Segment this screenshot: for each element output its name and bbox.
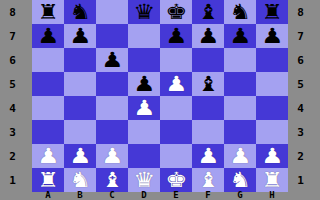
square-h6[interactable] [256, 48, 288, 72]
black-queen-icon: ♛ [133, 0, 155, 24]
square-h8[interactable]: ♜ [256, 0, 288, 24]
rank-label-6: 6 [0, 48, 32, 72]
square-d3[interactable] [128, 120, 160, 144]
square-f1[interactable]: ♝ [192, 168, 224, 192]
square-f7[interactable]: ♟ [192, 24, 224, 48]
square-d5[interactable]: ♟ [128, 72, 160, 96]
square-c3[interactable] [96, 120, 128, 144]
square-a7[interactable]: ♟ [32, 24, 64, 48]
square-e5[interactable]: ♟ [160, 72, 192, 96]
white-rook-icon: ♜ [261, 168, 283, 192]
rank-label-4: 4 [0, 96, 32, 120]
black-rook-icon: ♜ [261, 0, 283, 24]
black-pawn-icon: ♟ [133, 72, 155, 96]
square-h1[interactable]: ♜ [256, 168, 288, 192]
rank-labels-right: 87654321 [288, 0, 320, 192]
black-bishop-icon: ♝ [197, 72, 219, 96]
rank-label-6: 6 [288, 48, 320, 72]
white-pawn-icon: ♟ [197, 144, 219, 168]
file-label-e: E [160, 190, 192, 200]
square-b5[interactable] [64, 72, 96, 96]
square-g2[interactable]: ♟ [224, 144, 256, 168]
file-label-d: D [128, 190, 160, 200]
square-h7[interactable]: ♟ [256, 24, 288, 48]
file-label-a: A [32, 190, 64, 200]
rank-label-7: 7 [0, 24, 32, 48]
white-pawn-icon: ♟ [133, 96, 155, 120]
square-e4[interactable] [160, 96, 192, 120]
square-c5[interactable] [96, 72, 128, 96]
square-c2[interactable]: ♟ [96, 144, 128, 168]
white-pawn-icon: ♟ [229, 144, 251, 168]
rank-label-1: 1 [288, 168, 320, 192]
square-b1[interactable]: ♞ [64, 168, 96, 192]
square-e3[interactable] [160, 120, 192, 144]
white-bishop-icon: ♝ [197, 168, 219, 192]
black-pawn-icon: ♟ [197, 24, 219, 48]
rank-label-8: 8 [288, 0, 320, 24]
file-label-h: H [256, 190, 288, 200]
square-f3[interactable] [192, 120, 224, 144]
black-pawn-icon: ♟ [101, 48, 123, 72]
white-pawn-icon: ♟ [37, 144, 59, 168]
square-c6[interactable]: ♟ [96, 48, 128, 72]
square-b6[interactable] [64, 48, 96, 72]
square-a1[interactable]: ♜ [32, 168, 64, 192]
square-h2[interactable]: ♟ [256, 144, 288, 168]
square-f6[interactable] [192, 48, 224, 72]
file-label-g: G [224, 190, 256, 200]
square-c8[interactable] [96, 0, 128, 24]
square-e6[interactable] [160, 48, 192, 72]
black-knight-icon: ♞ [69, 0, 91, 24]
black-king-icon: ♚ [165, 0, 187, 24]
square-d7[interactable] [128, 24, 160, 48]
square-d2[interactable] [128, 144, 160, 168]
chess-board: ♜♞♛♚♝♞♜♟♟♟♟♟♟♟♟♟♝♟♟♟♟♟♟♟♜♞♝♛♚♝♞♜ [32, 0, 288, 192]
square-b7[interactable]: ♟ [64, 24, 96, 48]
square-e8[interactable]: ♚ [160, 0, 192, 24]
square-f5[interactable]: ♝ [192, 72, 224, 96]
square-d8[interactable]: ♛ [128, 0, 160, 24]
square-e7[interactable]: ♟ [160, 24, 192, 48]
square-c7[interactable] [96, 24, 128, 48]
black-pawn-icon: ♟ [229, 24, 251, 48]
white-king-icon: ♚ [165, 168, 187, 192]
square-b8[interactable]: ♞ [64, 0, 96, 24]
rank-label-4: 4 [288, 96, 320, 120]
square-e2[interactable] [160, 144, 192, 168]
square-g4[interactable] [224, 96, 256, 120]
square-a6[interactable] [32, 48, 64, 72]
black-pawn-icon: ♟ [37, 24, 59, 48]
square-g8[interactable]: ♞ [224, 0, 256, 24]
square-b4[interactable] [64, 96, 96, 120]
file-labels: ABCDEFGH [32, 190, 288, 200]
rank-label-3: 3 [288, 120, 320, 144]
chess-app-screen: 87654321 ♜♞♛♚♝♞♜♟♟♟♟♟♟♟♟♟♝♟♟♟♟♟♟♟♜♞♝♛♚♝♞… [0, 0, 320, 200]
rank-label-5: 5 [0, 72, 32, 96]
white-rook-icon: ♜ [37, 168, 59, 192]
square-a2[interactable]: ♟ [32, 144, 64, 168]
rank-labels-left: 87654321 [0, 0, 32, 192]
square-d4[interactable]: ♟ [128, 96, 160, 120]
square-d1[interactable]: ♛ [128, 168, 160, 192]
white-pawn-icon: ♟ [101, 144, 123, 168]
square-g5[interactable] [224, 72, 256, 96]
square-a5[interactable] [32, 72, 64, 96]
white-queen-icon: ♛ [133, 168, 155, 192]
white-knight-icon: ♞ [229, 168, 251, 192]
square-c1[interactable]: ♝ [96, 168, 128, 192]
square-d6[interactable] [128, 48, 160, 72]
black-pawn-icon: ♟ [261, 24, 283, 48]
rank-label-8: 8 [0, 0, 32, 24]
black-knight-icon: ♞ [229, 0, 251, 24]
square-g6[interactable] [224, 48, 256, 72]
black-pawn-icon: ♟ [165, 24, 187, 48]
white-pawn-icon: ♟ [261, 144, 283, 168]
rank-label-7: 7 [288, 24, 320, 48]
square-g3[interactable] [224, 120, 256, 144]
square-h4[interactable] [256, 96, 288, 120]
rank-label-1: 1 [0, 168, 32, 192]
square-g1[interactable]: ♞ [224, 168, 256, 192]
square-h3[interactable] [256, 120, 288, 144]
square-f8[interactable]: ♝ [192, 0, 224, 24]
rank-label-5: 5 [288, 72, 320, 96]
square-f4[interactable] [192, 96, 224, 120]
white-bishop-icon: ♝ [101, 168, 123, 192]
rank-label-3: 3 [0, 120, 32, 144]
square-b2[interactable]: ♟ [64, 144, 96, 168]
square-h5[interactable] [256, 72, 288, 96]
rank-label-2: 2 [0, 144, 32, 168]
square-a3[interactable] [32, 120, 64, 144]
square-a4[interactable] [32, 96, 64, 120]
file-label-f: F [192, 190, 224, 200]
white-knight-icon: ♞ [69, 168, 91, 192]
square-c4[interactable] [96, 96, 128, 120]
black-bishop-icon: ♝ [197, 0, 219, 24]
file-label-c: C [96, 190, 128, 200]
square-a8[interactable]: ♜ [32, 0, 64, 24]
black-pawn-icon: ♟ [69, 24, 91, 48]
file-label-b: B [64, 190, 96, 200]
rank-label-2: 2 [288, 144, 320, 168]
square-g7[interactable]: ♟ [224, 24, 256, 48]
black-rook-icon: ♜ [37, 0, 59, 24]
square-b3[interactable] [64, 120, 96, 144]
white-pawn-icon: ♟ [165, 72, 187, 96]
white-pawn-icon: ♟ [69, 144, 91, 168]
square-f2[interactable]: ♟ [192, 144, 224, 168]
square-e1[interactable]: ♚ [160, 168, 192, 192]
